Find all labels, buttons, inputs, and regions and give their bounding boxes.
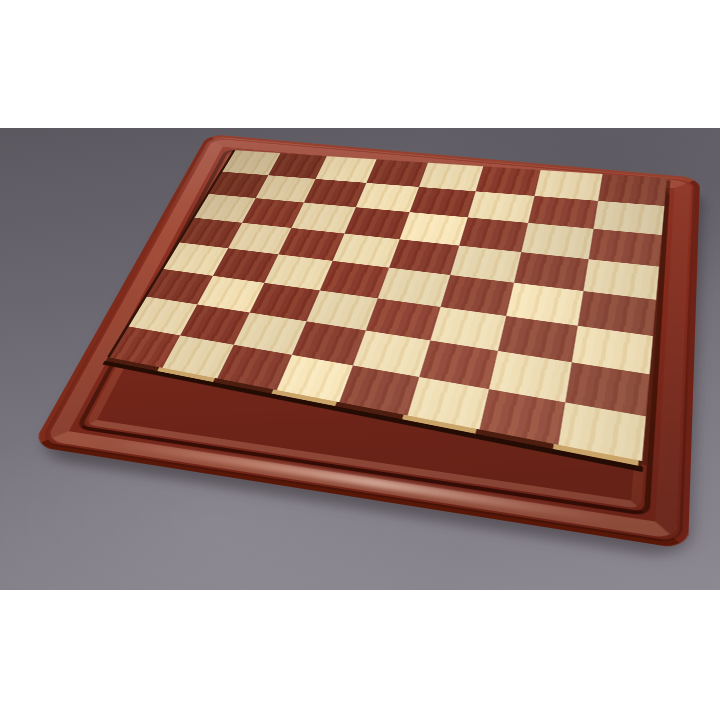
board-square [316,156,376,182]
board-square [475,166,540,195]
product-photo [0,0,720,720]
board-square [355,183,419,213]
